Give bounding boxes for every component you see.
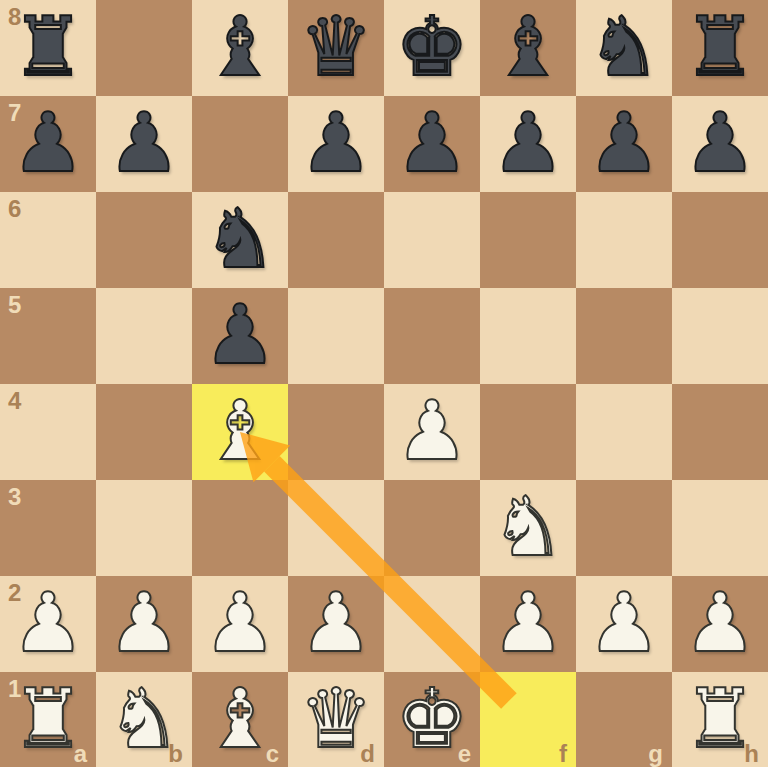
piece-white-pawn-b2[interactable]: ♟ xyxy=(96,576,192,672)
square-b4[interactable] xyxy=(96,384,192,480)
coord-rank-5: 5 xyxy=(8,291,21,319)
square-g8[interactable]: ♞ xyxy=(576,0,672,96)
square-h4[interactable] xyxy=(672,384,768,480)
piece-white-pawn-h2[interactable]: ♟ xyxy=(672,576,768,672)
square-e6[interactable] xyxy=(384,192,480,288)
square-d3[interactable] xyxy=(288,480,384,576)
coord-rank-6: 6 xyxy=(8,195,21,223)
piece-black-knight-g8[interactable]: ♞ xyxy=(576,0,672,96)
square-g7[interactable]: ♟ xyxy=(576,96,672,192)
piece-white-pawn-f2[interactable]: ♟ xyxy=(480,576,576,672)
piece-black-pawn-e7[interactable]: ♟ xyxy=(384,96,480,192)
coord-rank-3: 3 xyxy=(8,483,21,511)
piece-black-pawn-d7[interactable]: ♟ xyxy=(288,96,384,192)
piece-white-queen-d1[interactable]: ♛ xyxy=(288,672,384,767)
square-a8[interactable]: 8♜ xyxy=(0,0,96,96)
piece-black-pawn-c5[interactable]: ♟ xyxy=(192,288,288,384)
piece-black-pawn-f7[interactable]: ♟ xyxy=(480,96,576,192)
square-h3[interactable] xyxy=(672,480,768,576)
square-d6[interactable] xyxy=(288,192,384,288)
piece-black-pawn-b7[interactable]: ♟ xyxy=(96,96,192,192)
piece-white-pawn-a2[interactable]: ♟ xyxy=(0,576,96,672)
square-e5[interactable] xyxy=(384,288,480,384)
square-h8[interactable]: ♜ xyxy=(672,0,768,96)
square-c3[interactable] xyxy=(192,480,288,576)
square-b3[interactable] xyxy=(96,480,192,576)
piece-black-pawn-h7[interactable]: ♟ xyxy=(672,96,768,192)
coord-rank-4: 4 xyxy=(8,387,21,415)
square-f2[interactable]: ♟ xyxy=(480,576,576,672)
square-b1[interactable]: b♞ xyxy=(96,672,192,767)
piece-white-rook-a1[interactable]: ♜ xyxy=(0,672,96,767)
square-b2[interactable]: ♟ xyxy=(96,576,192,672)
piece-white-knight-b1[interactable]: ♞ xyxy=(96,672,192,767)
piece-white-pawn-d2[interactable]: ♟ xyxy=(288,576,384,672)
piece-white-pawn-e4[interactable]: ♟ xyxy=(384,384,480,480)
square-g2[interactable]: ♟ xyxy=(576,576,672,672)
square-b8[interactable] xyxy=(96,0,192,96)
square-g1[interactable]: g xyxy=(576,672,672,767)
square-a1[interactable]: 1a♜ xyxy=(0,672,96,767)
square-g6[interactable] xyxy=(576,192,672,288)
square-f8[interactable]: ♝ xyxy=(480,0,576,96)
square-b7[interactable]: ♟ xyxy=(96,96,192,192)
piece-white-pawn-g2[interactable]: ♟ xyxy=(576,576,672,672)
square-e2[interactable] xyxy=(384,576,480,672)
square-d5[interactable] xyxy=(288,288,384,384)
square-c4[interactable]: ♝ xyxy=(192,384,288,480)
square-e8[interactable]: ♚ xyxy=(384,0,480,96)
piece-black-rook-h8[interactable]: ♜ xyxy=(672,0,768,96)
square-d2[interactable]: ♟ xyxy=(288,576,384,672)
piece-white-pawn-c2[interactable]: ♟ xyxy=(192,576,288,672)
square-h7[interactable]: ♟ xyxy=(672,96,768,192)
square-f7[interactable]: ♟ xyxy=(480,96,576,192)
square-f5[interactable] xyxy=(480,288,576,384)
square-d1[interactable]: d♛ xyxy=(288,672,384,767)
square-b6[interactable] xyxy=(96,192,192,288)
board-squares: 8♜♝♛♚♝♞♜7♟♟♟♟♟♟♟6♞5♟4♝♟3♞2♟♟♟♟♟♟♟1a♜b♞c♝… xyxy=(0,0,768,767)
piece-black-king-e8[interactable]: ♚ xyxy=(384,0,480,96)
square-c2[interactable]: ♟ xyxy=(192,576,288,672)
square-d8[interactable]: ♛ xyxy=(288,0,384,96)
square-c8[interactable]: ♝ xyxy=(192,0,288,96)
square-g5[interactable] xyxy=(576,288,672,384)
square-a7[interactable]: 7♟ xyxy=(0,96,96,192)
square-a2[interactable]: 2♟ xyxy=(0,576,96,672)
square-h1[interactable]: h♜ xyxy=(672,672,768,767)
square-h6[interactable] xyxy=(672,192,768,288)
piece-white-bishop-c4[interactable]: ♝ xyxy=(192,384,288,480)
square-b5[interactable] xyxy=(96,288,192,384)
piece-white-bishop-c1[interactable]: ♝ xyxy=(192,672,288,767)
square-g4[interactable] xyxy=(576,384,672,480)
square-c6[interactable]: ♞ xyxy=(192,192,288,288)
square-c7[interactable] xyxy=(192,96,288,192)
square-h5[interactable] xyxy=(672,288,768,384)
square-h2[interactable]: ♟ xyxy=(672,576,768,672)
square-f3[interactable]: ♞ xyxy=(480,480,576,576)
square-c5[interactable]: ♟ xyxy=(192,288,288,384)
coord-file-g: g xyxy=(648,740,663,767)
piece-black-bishop-f8[interactable]: ♝ xyxy=(480,0,576,96)
square-g3[interactable] xyxy=(576,480,672,576)
square-e3[interactable] xyxy=(384,480,480,576)
coord-file-f: f xyxy=(559,740,567,767)
piece-black-pawn-g7[interactable]: ♟ xyxy=(576,96,672,192)
square-d4[interactable] xyxy=(288,384,384,480)
square-e1[interactable]: e♚ xyxy=(384,672,480,767)
piece-white-king-e1[interactable]: ♚ xyxy=(384,672,480,767)
square-a6[interactable]: 6 xyxy=(0,192,96,288)
square-a4[interactable]: 4 xyxy=(0,384,96,480)
square-c1[interactable]: c♝ xyxy=(192,672,288,767)
piece-black-pawn-a7[interactable]: ♟ xyxy=(0,96,96,192)
square-f1[interactable]: f xyxy=(480,672,576,767)
piece-black-knight-c6[interactable]: ♞ xyxy=(192,192,288,288)
piece-white-knight-f3[interactable]: ♞ xyxy=(480,480,576,576)
square-f6[interactable] xyxy=(480,192,576,288)
piece-black-bishop-c8[interactable]: ♝ xyxy=(192,0,288,96)
square-a5[interactable]: 5 xyxy=(0,288,96,384)
square-d7[interactable]: ♟ xyxy=(288,96,384,192)
square-e4[interactable]: ♟ xyxy=(384,384,480,480)
square-a3[interactable]: 3 xyxy=(0,480,96,576)
piece-white-rook-h1[interactable]: ♜ xyxy=(672,672,768,767)
chess-board: 8♜♝♛♚♝♞♜7♟♟♟♟♟♟♟6♞5♟4♝♟3♞2♟♟♟♟♟♟♟1a♜b♞c♝… xyxy=(0,0,768,767)
square-f4[interactable] xyxy=(480,384,576,480)
piece-black-rook-a8[interactable]: ♜ xyxy=(0,0,96,96)
square-e7[interactable]: ♟ xyxy=(384,96,480,192)
piece-black-queen-d8[interactable]: ♛ xyxy=(288,0,384,96)
